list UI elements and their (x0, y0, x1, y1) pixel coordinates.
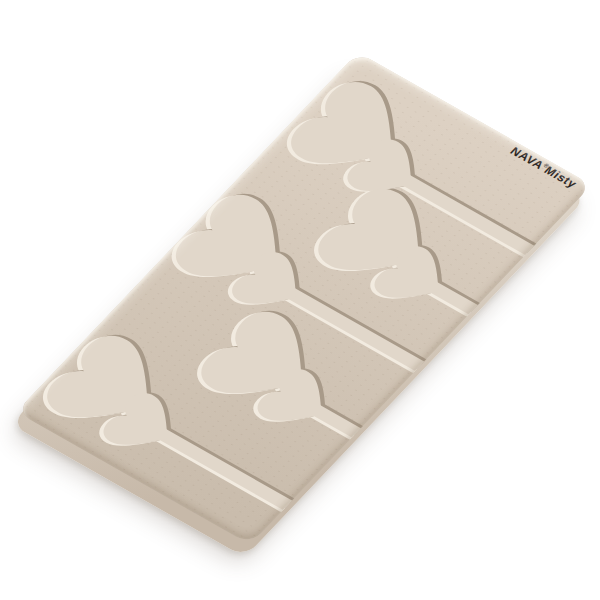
product-photo: NAVA®Misty (0, 0, 600, 600)
cavity-4 (191, 304, 405, 459)
silicone-mold: NAVA®Misty (16, 52, 592, 545)
stick-channel (148, 424, 294, 511)
cavity-surface-layer (33, 71, 578, 531)
